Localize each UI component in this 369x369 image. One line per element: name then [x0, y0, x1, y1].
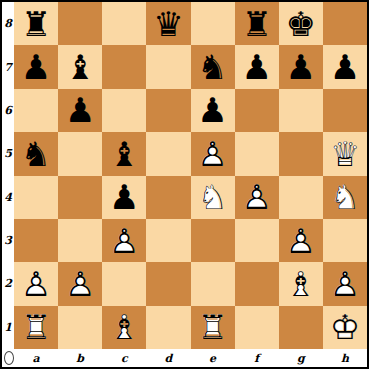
square-f3[interactable]	[235, 219, 279, 262]
square-g1[interactable]	[279, 306, 323, 349]
square-g3[interactable]: ♟♙	[279, 219, 323, 262]
file-label: h	[323, 349, 367, 367]
square-d1[interactable]	[146, 306, 190, 349]
file-label: b	[58, 349, 102, 367]
square-h6[interactable]	[323, 89, 367, 132]
piece-glyph: ♜	[14, 2, 58, 45]
square-e7[interactable]: ♞	[191, 45, 235, 88]
piece-black-pawn[interactable]: ♟	[191, 89, 235, 132]
piece-outline: ♗	[279, 262, 323, 305]
square-e2[interactable]	[191, 262, 235, 305]
piece-white-pawn[interactable]: ♟♙	[14, 262, 58, 305]
square-a6[interactable]	[14, 89, 58, 132]
rank-label: 1	[2, 306, 14, 349]
square-e3[interactable]	[191, 219, 235, 262]
square-c8[interactable]	[102, 2, 146, 45]
square-c3[interactable]: ♟♙	[102, 219, 146, 262]
piece-outline: ♔	[323, 306, 367, 349]
piece-white-rook[interactable]: ♜♖	[14, 306, 58, 349]
square-d6[interactable]	[146, 89, 190, 132]
square-c1[interactable]: ♝♗	[102, 306, 146, 349]
file-label: d	[146, 349, 190, 367]
piece-outline: ♙	[279, 219, 323, 262]
piece-outline: ♘	[323, 176, 367, 219]
square-b2[interactable]: ♟♙	[58, 262, 102, 305]
piece-glyph: ♝	[102, 132, 146, 175]
piece-black-knight[interactable]: ♞	[191, 45, 235, 88]
piece-white-bishop[interactable]: ♝♗	[102, 306, 146, 349]
square-b4[interactable]	[58, 176, 102, 219]
piece-glyph: ♛	[146, 2, 190, 45]
rank-label: 7	[2, 45, 14, 88]
piece-outline: ♕	[323, 132, 367, 175]
piece-black-rook[interactable]: ♜	[14, 2, 58, 45]
piece-glyph: ♟	[14, 45, 58, 88]
file-labels: abcdefgh	[14, 349, 367, 367]
piece-outline: ♙	[58, 262, 102, 305]
piece-white-pawn[interactable]: ♟♙	[191, 132, 235, 175]
piece-glyph: ♟	[191, 89, 235, 132]
piece-white-knight[interactable]: ♞♘	[323, 176, 367, 219]
square-f2[interactable]	[235, 262, 279, 305]
piece-glyph: ♟	[279, 45, 323, 88]
piece-outline: ♖	[14, 306, 58, 349]
square-h2[interactable]: ♟♙	[323, 262, 367, 305]
rank-label: 4	[2, 176, 14, 219]
square-b7[interactable]: ♝	[58, 45, 102, 88]
piece-white-rook[interactable]: ♜♖	[191, 306, 235, 349]
piece-black-pawn[interactable]: ♟	[14, 45, 58, 88]
piece-white-knight[interactable]: ♞♘	[191, 176, 235, 219]
square-a5[interactable]: ♞	[14, 132, 58, 175]
piece-black-pawn[interactable]: ♟	[102, 176, 146, 219]
piece-black-knight[interactable]: ♞	[14, 132, 58, 175]
piece-glyph: ♟	[235, 45, 279, 88]
piece-black-bishop[interactable]: ♝	[58, 45, 102, 88]
piece-outline: ♙	[191, 132, 235, 175]
chess-diagram: 87654321 ♜♛♜♚♟♝♞♟♟♟♟♟♞♝♟♙♛♕♟♞♘♟♙♞♘♟♙♟♙♟♙…	[0, 0, 369, 369]
piece-glyph: ♟	[323, 45, 367, 88]
piece-black-king[interactable]: ♚	[279, 2, 323, 45]
square-g2[interactable]: ♝♗	[279, 262, 323, 305]
square-g5[interactable]	[279, 132, 323, 175]
piece-outline: ♘	[191, 176, 235, 219]
square-e5[interactable]: ♟♙	[191, 132, 235, 175]
file-label: f	[235, 349, 279, 367]
square-a1[interactable]: ♜♖	[14, 306, 58, 349]
square-e6[interactable]: ♟	[191, 89, 235, 132]
square-a4[interactable]	[14, 176, 58, 219]
square-e1[interactable]: ♜♖	[191, 306, 235, 349]
square-f8[interactable]: ♜	[235, 2, 279, 45]
piece-glyph: ♟	[102, 176, 146, 219]
piece-white-queen[interactable]: ♛♕	[323, 132, 367, 175]
rank-label: 3	[2, 219, 14, 262]
piece-outline: ♖	[191, 306, 235, 349]
file-label: g	[279, 349, 323, 367]
square-h7[interactable]: ♟	[323, 45, 367, 88]
file-label: e	[191, 349, 235, 367]
square-d5[interactable]	[146, 132, 190, 175]
piece-glyph: ♜	[235, 2, 279, 45]
square-g8[interactable]: ♚	[279, 2, 323, 45]
piece-white-pawn[interactable]: ♟♙	[323, 262, 367, 305]
piece-glyph: ♝	[58, 45, 102, 88]
square-a8[interactable]: ♜	[14, 2, 58, 45]
file-label: a	[14, 349, 58, 367]
rank-label: 6	[2, 89, 14, 132]
square-d4[interactable]	[146, 176, 190, 219]
square-c5[interactable]: ♝	[102, 132, 146, 175]
piece-white-bishop[interactable]: ♝♗	[279, 262, 323, 305]
square-b6[interactable]: ♟	[58, 89, 102, 132]
rank-label: 8	[2, 2, 14, 45]
square-b3[interactable]	[58, 219, 102, 262]
piece-black-bishop[interactable]: ♝	[102, 132, 146, 175]
square-a2[interactable]: ♟♙	[14, 262, 58, 305]
square-f7[interactable]: ♟	[235, 45, 279, 88]
square-b1[interactable]	[58, 306, 102, 349]
square-g7[interactable]: ♟	[279, 45, 323, 88]
piece-black-queen[interactable]: ♛	[146, 2, 190, 45]
piece-outline: ♙	[102, 219, 146, 262]
piece-black-pawn[interactable]: ♟	[323, 45, 367, 88]
piece-outline: ♙	[323, 262, 367, 305]
side-to-move-corner	[2, 349, 14, 367]
piece-outline: ♙	[14, 262, 58, 305]
piece-white-pawn[interactable]: ♟♙	[58, 262, 102, 305]
piece-outline: ♗	[102, 306, 146, 349]
file-label: c	[102, 349, 146, 367]
square-b5[interactable]	[58, 132, 102, 175]
rank-labels: 87654321	[2, 2, 14, 349]
square-f5[interactable]	[235, 132, 279, 175]
square-f4[interactable]: ♟♙	[235, 176, 279, 219]
square-g6[interactable]	[279, 89, 323, 132]
square-c2[interactable]	[102, 262, 146, 305]
piece-outline: ♙	[235, 176, 279, 219]
square-a7[interactable]: ♟	[14, 45, 58, 88]
piece-white-pawn[interactable]: ♟♙	[279, 219, 323, 262]
square-d7[interactable]	[146, 45, 190, 88]
square-a3[interactable]	[14, 219, 58, 262]
square-d8[interactable]: ♛	[146, 2, 190, 45]
square-h4[interactable]: ♞♘	[323, 176, 367, 219]
piece-white-king[interactable]: ♚♔	[323, 306, 367, 349]
piece-black-rook[interactable]: ♜	[235, 2, 279, 45]
piece-white-pawn[interactable]: ♟♙	[235, 176, 279, 219]
square-h3[interactable]	[323, 219, 367, 262]
rank-label: 2	[2, 262, 14, 305]
square-d2[interactable]	[146, 262, 190, 305]
square-e8[interactable]	[191, 2, 235, 45]
piece-black-pawn[interactable]: ♟	[58, 89, 102, 132]
rank-label: 5	[2, 132, 14, 175]
square-e4[interactable]: ♞♘	[191, 176, 235, 219]
square-h5[interactable]: ♛♕	[323, 132, 367, 175]
square-h1[interactable]: ♚♔	[323, 306, 367, 349]
square-c7[interactable]	[102, 45, 146, 88]
piece-glyph: ♚	[279, 2, 323, 45]
piece-black-pawn[interactable]: ♟	[235, 45, 279, 88]
piece-glyph: ♞	[191, 45, 235, 88]
square-c4[interactable]: ♟	[102, 176, 146, 219]
side-to-move-indicator	[4, 351, 14, 365]
piece-white-pawn[interactable]: ♟♙	[102, 219, 146, 262]
piece-black-pawn[interactable]: ♟	[279, 45, 323, 88]
square-g4[interactable]	[279, 176, 323, 219]
piece-glyph: ♞	[14, 132, 58, 175]
square-c6[interactable]	[102, 89, 146, 132]
square-f1[interactable]	[235, 306, 279, 349]
chess-board: ♜♛♜♚♟♝♞♟♟♟♟♟♞♝♟♙♛♕♟♞♘♟♙♞♘♟♙♟♙♟♙♟♙♝♗♟♙♜♖♝…	[14, 2, 367, 349]
square-d3[interactable]	[146, 219, 190, 262]
square-f6[interactable]	[235, 89, 279, 132]
square-b8[interactable]	[58, 2, 102, 45]
square-h8[interactable]	[323, 2, 367, 45]
piece-glyph: ♟	[58, 89, 102, 132]
